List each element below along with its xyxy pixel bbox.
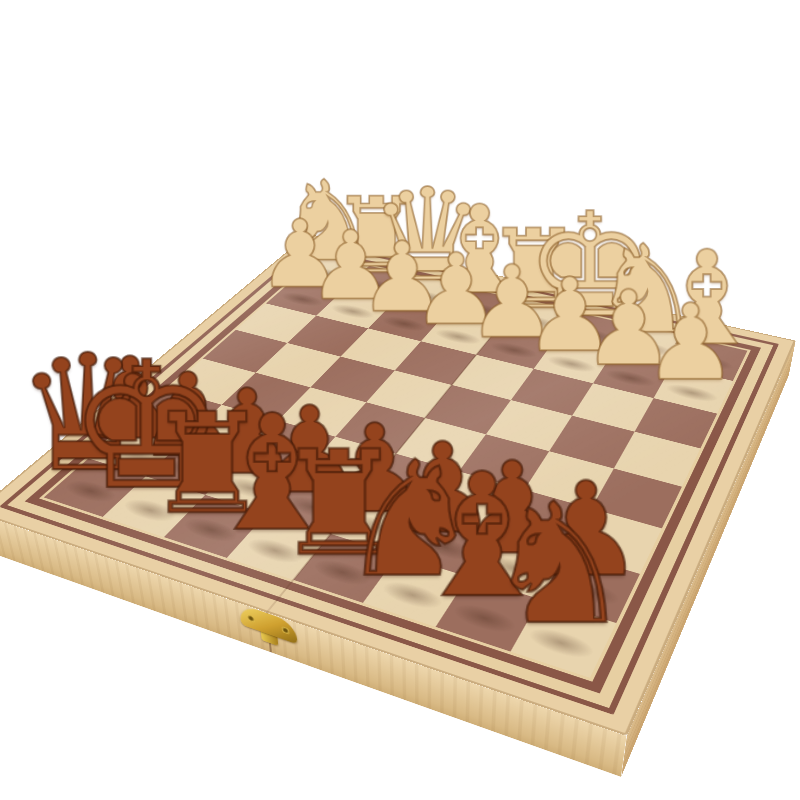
brass-clasp-icon[interactable] bbox=[237, 603, 301, 662]
pieces-layer: ♞♜♛♝♜♚♞♝♟♟♟♟♟♟♟♟♟♟♟♟♟♟♟♟♛♚♜♝♜♞♝♞ bbox=[44, 255, 748, 678]
product-photo: ♞♜♛♝♜♚♞♝♟♟♟♟♟♟♟♟♟♟♟♟♟♟♟♟♛♚♜♝♜♞♝♞ bbox=[0, 0, 800, 800]
chess-board-scene: ♞♜♛♝♜♚♞♝♟♟♟♟♟♟♟♟♟♟♟♟♟♟♟♟♛♚♜♝♜♞♝♞ bbox=[0, 234, 796, 736]
chess-board: ♞♜♛♝♜♚♞♝♟♟♟♟♟♟♟♟♟♟♟♟♟♟♟♟♛♚♜♝♜♞♝♞ bbox=[0, 234, 796, 736]
pawn-glyph: ♟ bbox=[584, 290, 798, 395]
knight-glyph: ♞ bbox=[420, 481, 698, 648]
